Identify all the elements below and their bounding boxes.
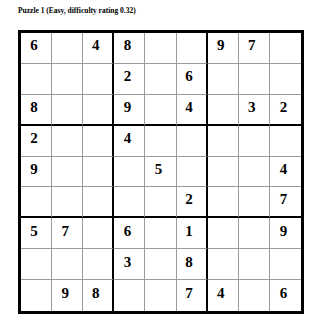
cell-r2c4[interactable]: 2 — [114, 64, 145, 95]
cell-r2c1[interactable] — [21, 64, 52, 95]
given-digit: 5 — [30, 224, 38, 239]
cell-r7c2[interactable]: 7 — [52, 218, 83, 249]
cell-r5c5[interactable]: 5 — [145, 157, 176, 188]
cell-r6c8[interactable] — [239, 187, 270, 218]
cell-r7c3[interactable] — [83, 218, 114, 249]
cell-r5c4[interactable] — [114, 157, 145, 188]
cell-r9c5[interactable] — [145, 280, 176, 311]
given-digit: 6 — [185, 69, 193, 84]
cell-r7c1[interactable]: 5 — [21, 218, 52, 249]
sudoku-page: Puzzle 1 (Easy, difficulty rating 0.32) … — [0, 0, 320, 320]
cell-r6c4[interactable] — [114, 187, 145, 218]
cell-r2c8[interactable] — [239, 64, 270, 95]
cell-r3c1[interactable]: 8 — [21, 95, 52, 126]
cell-r3c3[interactable] — [83, 95, 114, 126]
cell-r5c9[interactable]: 4 — [270, 157, 301, 188]
given-digit: 8 — [124, 38, 132, 53]
given-digit: 3 — [248, 100, 256, 115]
cell-r5c8[interactable] — [239, 157, 270, 188]
cell-r7c6[interactable]: 1 — [177, 218, 208, 249]
cell-r8c6[interactable]: 8 — [177, 249, 208, 280]
cell-r3c5[interactable] — [145, 95, 176, 126]
given-digit: 5 — [155, 162, 163, 177]
cell-r4c6[interactable] — [177, 126, 208, 157]
cell-r1c8[interactable]: 7 — [239, 33, 270, 64]
given-digit: 8 — [30, 100, 38, 115]
given-digit: 4 — [92, 38, 100, 53]
cell-r4c9[interactable] — [270, 126, 301, 157]
cell-r9c8[interactable] — [239, 280, 270, 311]
cell-r3c4[interactable]: 9 — [114, 95, 145, 126]
cell-r1c5[interactable] — [145, 33, 176, 64]
puzzle-title: Puzzle 1 (Easy, difficulty rating 0.32) — [18, 6, 136, 15]
cell-r7c9[interactable]: 9 — [270, 218, 301, 249]
cell-r1c6[interactable] — [177, 33, 208, 64]
cell-r4c5[interactable] — [145, 126, 176, 157]
cell-r2c2[interactable] — [52, 64, 83, 95]
cell-r4c4[interactable]: 4 — [114, 126, 145, 157]
cell-r3c2[interactable] — [52, 95, 83, 126]
cell-r6c9[interactable]: 7 — [270, 187, 301, 218]
given-digit: 6 — [124, 224, 132, 239]
given-digit: 4 — [124, 131, 132, 146]
given-digit: 6 — [280, 286, 288, 301]
cell-r1c2[interactable] — [52, 33, 83, 64]
cell-r8c3[interactable] — [83, 249, 114, 280]
cell-r8c1[interactable] — [21, 249, 52, 280]
given-digit: 3 — [124, 255, 132, 270]
given-digit: 1 — [185, 224, 193, 239]
given-digit: 9 — [30, 162, 38, 177]
cell-r4c2[interactable] — [52, 126, 83, 157]
given-digit: 9 — [280, 224, 288, 239]
cell-r6c2[interactable] — [52, 187, 83, 218]
cell-r7c7[interactable] — [208, 218, 239, 249]
cell-r2c9[interactable] — [270, 64, 301, 95]
cell-r1c9[interactable] — [270, 33, 301, 64]
cell-r6c3[interactable] — [83, 187, 114, 218]
cell-r5c7[interactable] — [208, 157, 239, 188]
cell-r8c4[interactable]: 3 — [114, 249, 145, 280]
cell-r3c9[interactable]: 2 — [270, 95, 301, 126]
cell-r2c6[interactable]: 6 — [177, 64, 208, 95]
given-digit: 2 — [280, 100, 288, 115]
cell-r7c8[interactable] — [239, 218, 270, 249]
given-digit: 9 — [61, 286, 69, 301]
cell-r1c4[interactable]: 8 — [114, 33, 145, 64]
cell-r8c9[interactable] — [270, 249, 301, 280]
cell-r2c3[interactable] — [83, 64, 114, 95]
cell-r6c5[interactable] — [145, 187, 176, 218]
cell-r4c7[interactable] — [208, 126, 239, 157]
given-digit: 9 — [124, 100, 132, 115]
cell-r9c4[interactable] — [114, 280, 145, 311]
cell-r4c3[interactable] — [83, 126, 114, 157]
given-digit: 7 — [185, 286, 193, 301]
cell-r6c6[interactable]: 2 — [177, 187, 208, 218]
given-digit: 2 — [30, 131, 38, 146]
cell-r4c8[interactable] — [239, 126, 270, 157]
cell-r6c7[interactable] — [208, 187, 239, 218]
cell-r3c8[interactable]: 3 — [239, 95, 270, 126]
cell-r5c6[interactable] — [177, 157, 208, 188]
given-digit: 2 — [124, 69, 132, 84]
cell-r7c5[interactable] — [145, 218, 176, 249]
given-digit: 2 — [185, 192, 193, 207]
cell-r3c6[interactable]: 4 — [177, 95, 208, 126]
given-digit: 6 — [30, 38, 38, 53]
cell-r5c3[interactable] — [83, 157, 114, 188]
cell-r2c5[interactable] — [145, 64, 176, 95]
cell-r9c3[interactable]: 8 — [83, 280, 114, 311]
cell-r8c7[interactable] — [208, 249, 239, 280]
cell-r9c6[interactable]: 7 — [177, 280, 208, 311]
cell-r1c7[interactable]: 9 — [208, 33, 239, 64]
cell-r8c2[interactable] — [52, 249, 83, 280]
given-digit: 8 — [185, 255, 193, 270]
cell-r9c9[interactable]: 6 — [270, 280, 301, 311]
cell-r2c7[interactable] — [208, 64, 239, 95]
given-digit: 7 — [280, 192, 288, 207]
cell-r6c1[interactable] — [21, 187, 52, 218]
cell-r9c7[interactable]: 4 — [208, 280, 239, 311]
given-digit: 9 — [217, 38, 225, 53]
cell-r9c1[interactable] — [21, 280, 52, 311]
cell-r4c1[interactable]: 2 — [21, 126, 52, 157]
given-digit: 4 — [217, 286, 225, 301]
cell-r5c2[interactable] — [52, 157, 83, 188]
cell-r1c1[interactable]: 6 — [21, 33, 52, 64]
cell-r3c7[interactable] — [208, 95, 239, 126]
cell-r1c3[interactable]: 4 — [83, 33, 114, 64]
given-digit: 7 — [248, 38, 256, 53]
cell-r5c1[interactable]: 9 — [21, 157, 52, 188]
cell-r7c4[interactable]: 6 — [114, 218, 145, 249]
cell-r8c8[interactable] — [239, 249, 270, 280]
cell-r9c2[interactable]: 9 — [52, 280, 83, 311]
given-digit: 4 — [185, 100, 193, 115]
cell-r8c5[interactable] — [145, 249, 176, 280]
sudoku-board: 6489726894322495427576193898746 — [18, 30, 304, 314]
given-digit: 8 — [92, 286, 100, 301]
given-digit: 4 — [280, 162, 288, 177]
given-digit: 7 — [61, 224, 69, 239]
